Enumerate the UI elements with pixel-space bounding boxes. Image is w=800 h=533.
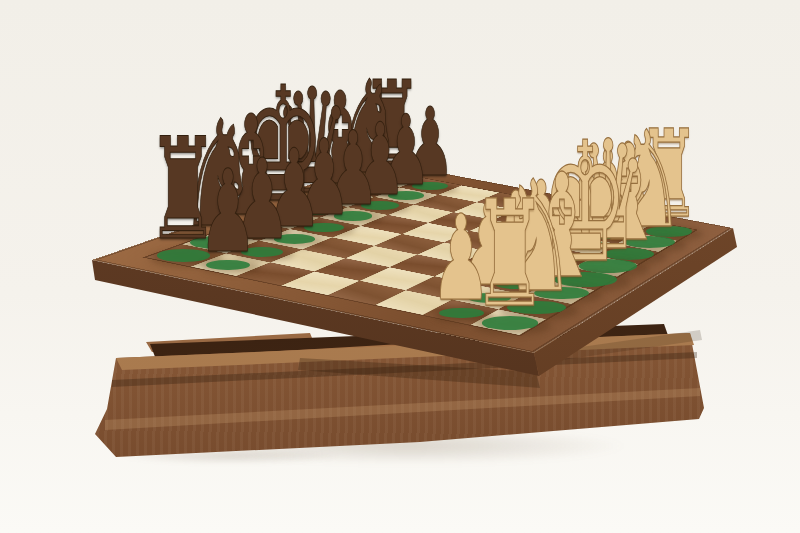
scene: ♜♞♝♛♚♝♞♜♟♟♟♟♟♟♟♟♟♟♟♟♟♟♟♟♜♞♝♛♚♝♞♜ bbox=[0, 0, 800, 533]
